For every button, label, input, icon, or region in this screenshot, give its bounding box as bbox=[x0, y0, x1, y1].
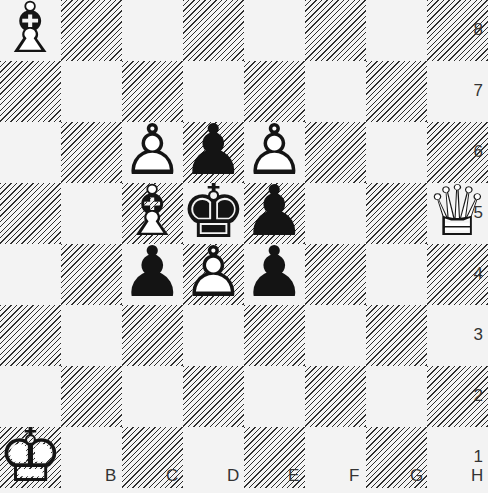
file-label-h: H bbox=[471, 467, 487, 484]
piece-black-pawn[interactable]: ♟ bbox=[244, 244, 305, 305]
square-h5[interactable]: ♛♕ bbox=[427, 183, 488, 244]
square-g8[interactable] bbox=[366, 0, 427, 61]
square-b4[interactable] bbox=[61, 244, 122, 305]
square-d3[interactable] bbox=[183, 305, 244, 366]
rank-label-3: 3 bbox=[469, 326, 483, 343]
square-c3[interactable] bbox=[122, 305, 183, 366]
rank-label-8: 8 bbox=[469, 21, 483, 38]
file-label-f: F bbox=[349, 467, 365, 484]
square-b7[interactable] bbox=[61, 61, 122, 122]
chess-diagram: ♝♗♟♙♟♟♙♝♗♚♟♛♕♟♟♙♟♚♔ 87654321BCDEFGH bbox=[0, 0, 488, 493]
square-c2[interactable] bbox=[122, 366, 183, 427]
board-bottom-margin bbox=[0, 488, 488, 493]
file-label-g: G bbox=[410, 467, 426, 484]
square-b3[interactable] bbox=[61, 305, 122, 366]
piece-white-bishop[interactable]: ♝♗ bbox=[0, 0, 61, 61]
white-queen-icon: ♕ bbox=[426, 176, 488, 246]
white-bishop-icon: ♗ bbox=[0, 0, 62, 63]
square-b5[interactable] bbox=[61, 183, 122, 244]
square-g4[interactable] bbox=[366, 244, 427, 305]
square-e2[interactable] bbox=[244, 366, 305, 427]
rank-label-4: 4 bbox=[469, 265, 483, 282]
square-e4[interactable]: ♟ bbox=[244, 244, 305, 305]
square-e8[interactable] bbox=[244, 0, 305, 61]
square-g6[interactable] bbox=[366, 122, 427, 183]
square-d8[interactable] bbox=[183, 0, 244, 61]
square-f2[interactable] bbox=[305, 366, 366, 427]
square-f6[interactable] bbox=[305, 122, 366, 183]
rank-label-7: 7 bbox=[469, 82, 483, 99]
square-b6[interactable] bbox=[61, 122, 122, 183]
file-label-e: E bbox=[288, 467, 304, 484]
square-b8[interactable] bbox=[61, 0, 122, 61]
file-label-d: D bbox=[227, 467, 243, 484]
square-g7[interactable] bbox=[366, 61, 427, 122]
square-f7[interactable] bbox=[305, 61, 366, 122]
square-f5[interactable] bbox=[305, 183, 366, 244]
piece-white-king[interactable]: ♚♔ bbox=[0, 427, 61, 488]
black-pawn-icon: ♟ bbox=[121, 237, 184, 307]
square-f3[interactable] bbox=[305, 305, 366, 366]
square-a8[interactable]: ♝♗ bbox=[0, 0, 61, 61]
square-b2[interactable] bbox=[61, 366, 122, 427]
piece-white-pawn[interactable]: ♟♙ bbox=[183, 244, 244, 305]
square-e3[interactable] bbox=[244, 305, 305, 366]
white-pawn-icon: ♙ bbox=[182, 237, 245, 307]
square-d2[interactable] bbox=[183, 366, 244, 427]
square-c8[interactable] bbox=[122, 0, 183, 61]
rank-label-2: 2 bbox=[469, 387, 483, 404]
square-f8[interactable] bbox=[305, 0, 366, 61]
file-label-b: B bbox=[105, 467, 121, 484]
square-f4[interactable] bbox=[305, 244, 366, 305]
rank-label-1: 1 bbox=[469, 448, 483, 465]
square-a3[interactable] bbox=[0, 305, 61, 366]
square-d4[interactable]: ♟♙ bbox=[183, 244, 244, 305]
square-c4[interactable]: ♟ bbox=[122, 244, 183, 305]
square-a4[interactable] bbox=[0, 244, 61, 305]
square-g5[interactable] bbox=[366, 183, 427, 244]
square-a7[interactable] bbox=[0, 61, 61, 122]
white-king-icon: ♔ bbox=[0, 418, 64, 492]
square-a6[interactable] bbox=[0, 122, 61, 183]
square-g3[interactable] bbox=[366, 305, 427, 366]
piece-white-queen[interactable]: ♛♕ bbox=[427, 183, 488, 244]
square-a5[interactable] bbox=[0, 183, 61, 244]
square-a1[interactable]: ♚♔ bbox=[0, 427, 61, 488]
chess-board: ♝♗♟♙♟♟♙♝♗♚♟♛♕♟♟♙♟♚♔ bbox=[0, 0, 488, 488]
black-pawn-icon: ♟ bbox=[243, 237, 306, 307]
file-label-c: C bbox=[166, 467, 182, 484]
rank-label-6: 6 bbox=[469, 143, 483, 160]
square-g2[interactable] bbox=[366, 366, 427, 427]
piece-black-pawn[interactable]: ♟ bbox=[122, 244, 183, 305]
